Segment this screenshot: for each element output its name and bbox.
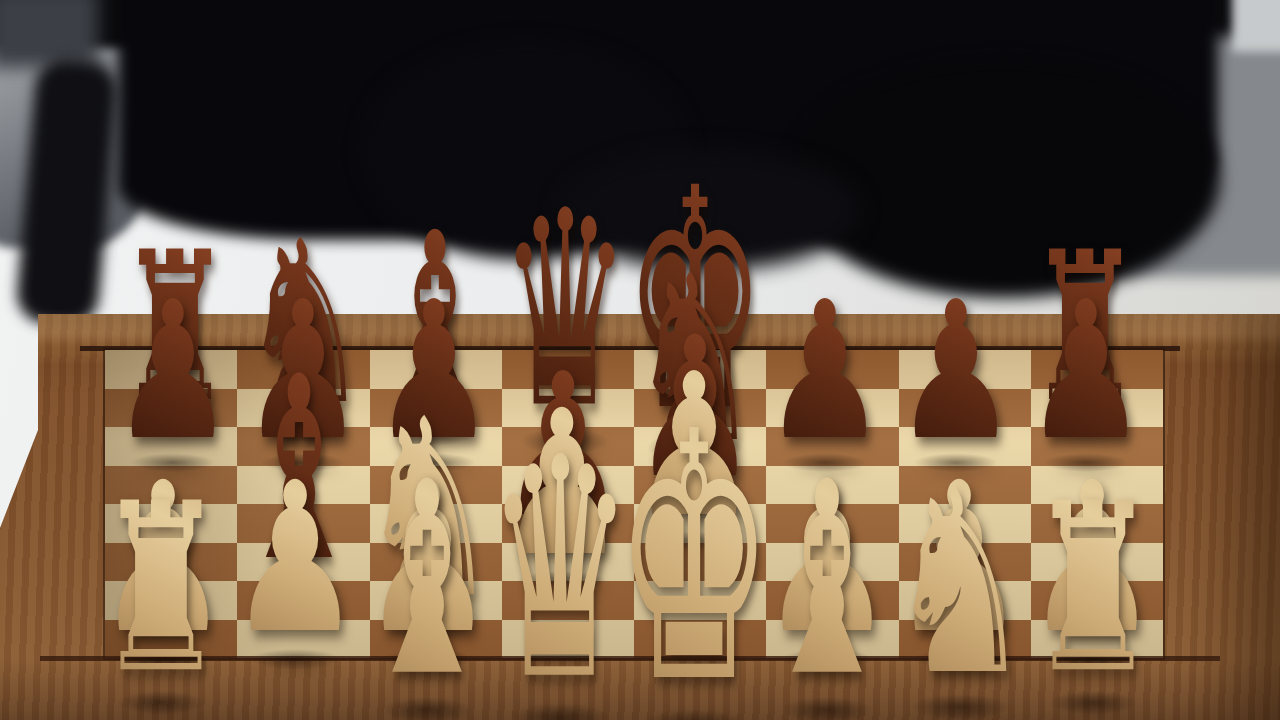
white-queen-d1: ♛ — [487, 418, 634, 720]
white-rook-a1: ♜ — [96, 474, 225, 706]
white-knight-g1: ♞ — [887, 457, 1032, 710]
white-pawn-b2: ♟ — [229, 455, 363, 662]
background-highlight-corner — [1232, 0, 1280, 52]
white-bishop-c1: ♝ — [360, 448, 493, 714]
chess-photo-scene: ♜♞♝♛♚♜♟♟♟♟♟♟♞♟♟♝♟♟♞♟♟♟♟♟♟♜♝♛♚♝♞♜ Wooden … — [0, 0, 1280, 720]
white-bishop-f1: ♝ — [760, 448, 893, 714]
background-shadow-corner — [0, 0, 98, 68]
white-king-e1: ♚ — [614, 388, 774, 720]
white-rook-h1: ♜ — [1029, 474, 1158, 706]
